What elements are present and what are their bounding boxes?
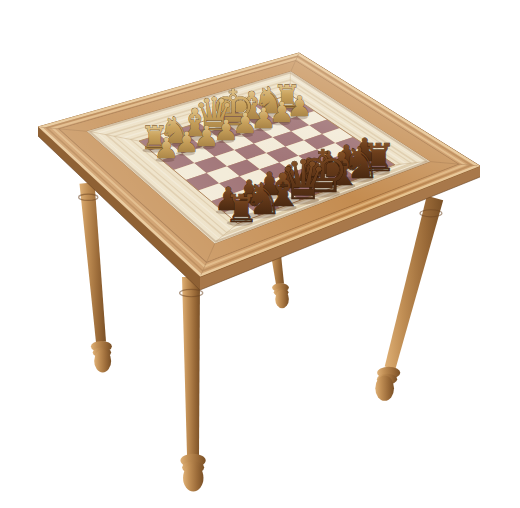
- table-leg-front-foot-tip: [183, 464, 203, 492]
- table-leg-left-foot-tip: [94, 349, 111, 372]
- table-leg-right-foot-tip: [375, 376, 394, 401]
- piece-white-pawn-a2: ♟: [154, 132, 179, 165]
- table-leg-back-foot-tip: [275, 290, 289, 308]
- table-leg-left: [79, 182, 112, 372]
- table-leg-right-shaft: [385, 196, 444, 370]
- chess-table-scene: ♜♞♟♝♟♚♟♛♟♝♟♞♟♜♟♟♟♟♜♟♞♟♝♟♚♟♛♟♝♟♞♜: [0, 0, 520, 508]
- table-leg-right: [375, 196, 443, 401]
- table-leg-left-shaft: [80, 182, 107, 342]
- table-leg-front: [180, 277, 206, 492]
- chess-table-photo: ♜♞♟♝♟♚♟♛♟♝♟♞♟♜♟♟♟♟♜♟♞♟♝♟♚♟♛♟♝♟♞♜: [0, 0, 520, 508]
- table-leg-front-shaft: [182, 277, 200, 455]
- piece-black-rook-a8: ♜: [225, 187, 259, 231]
